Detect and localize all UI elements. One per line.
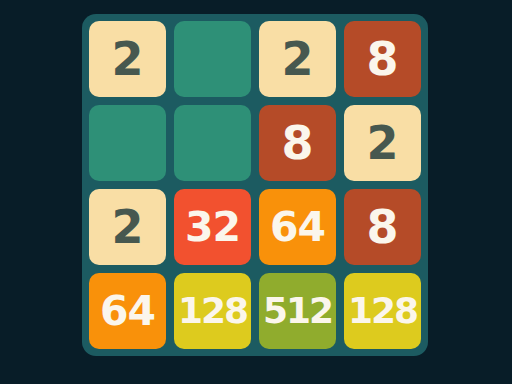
tile-2-r2c4: 2 — [344, 105, 421, 181]
tile-128-r4c2: 128 — [174, 273, 251, 349]
tile-32-r3c2: 32 — [174, 189, 251, 265]
empty-cell-r2c1 — [89, 105, 166, 181]
empty-cell-r1c2 — [174, 21, 251, 97]
tile-8-r3c4: 8 — [344, 189, 421, 265]
tile-64-r3c3: 64 — [259, 189, 336, 265]
tile-128-r4c4: 128 — [344, 273, 421, 349]
tile-64-r4c1: 64 — [89, 273, 166, 349]
tile-2-r3c1: 2 — [89, 189, 166, 265]
tile-2-r1c1: 2 — [89, 21, 166, 97]
tile-8-r2c3: 8 — [259, 105, 336, 181]
tile-2-r1c3: 2 — [259, 21, 336, 97]
empty-cell-r2c2 — [174, 105, 251, 181]
game-board-2048[interactable]: 2288223264864128512128 — [82, 14, 428, 356]
tile-8-r1c4: 8 — [344, 21, 421, 97]
tile-512-r4c3: 512 — [259, 273, 336, 349]
